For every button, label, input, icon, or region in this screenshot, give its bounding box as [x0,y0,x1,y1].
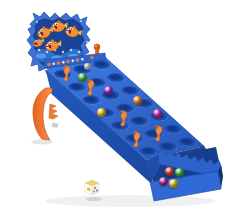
leg-clip [52,122,59,128]
tray-marble-green[interactable] [175,168,184,177]
piranha-peg[interactable] [129,130,143,148]
piranha-peg[interactable] [116,109,130,127]
tray-marble-purple[interactable] [159,177,168,186]
marble-magenta[interactable] [153,109,162,118]
tray-marble-yellow[interactable] [169,179,178,188]
piranha-peg[interactable] [83,78,97,96]
leg-ratchet [49,104,58,119]
piranha-peg[interactable] [59,64,73,82]
game-die[interactable] [83,179,103,199]
tray-marble-red[interactable] [165,167,174,176]
piranha-panic-board [0,0,226,214]
game-structure [0,0,226,214]
marble-purple[interactable] [104,86,113,95]
piranha-peg[interactable] [151,124,165,142]
marble-orange[interactable] [133,96,142,105]
marble-silver[interactable] [84,63,91,70]
